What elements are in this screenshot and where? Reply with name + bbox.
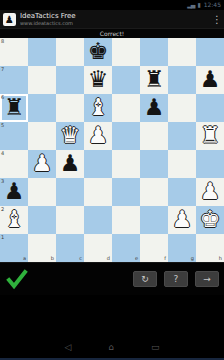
square-c2[interactable] xyxy=(56,206,84,234)
square-g1[interactable]: g xyxy=(168,234,196,262)
square-f8[interactable] xyxy=(140,38,168,66)
square-h7[interactable]: ♟ xyxy=(196,66,224,94)
square-a2[interactable]: ♝2 xyxy=(0,206,28,234)
file-label-h: h xyxy=(219,256,222,261)
square-h3[interactable]: ♟ xyxy=(196,178,224,206)
piece-black-R-f7: ♜ xyxy=(140,66,168,94)
square-c8[interactable] xyxy=(56,38,84,66)
square-d4[interactable] xyxy=(84,150,112,178)
piece-white-P-d5: ♟ xyxy=(84,122,112,150)
controls-bar: ↻ ? → xyxy=(0,262,224,295)
rank-label-2: 2 xyxy=(1,207,4,212)
square-b4[interactable]: ♟ xyxy=(28,150,56,178)
square-e5[interactable] xyxy=(112,122,140,150)
app-subtitle: www.ideatactics.com xyxy=(20,20,212,26)
square-f3[interactable] xyxy=(140,178,168,206)
battery-icon: ▮ xyxy=(197,0,200,10)
square-a3[interactable]: ♟3 xyxy=(0,178,28,206)
square-f7[interactable]: ♜ xyxy=(140,66,168,94)
square-h1[interactable]: h xyxy=(196,234,224,262)
piece-white-Q-c5: ♛ xyxy=(56,122,84,150)
square-b8[interactable] xyxy=(28,38,56,66)
square-g6[interactable] xyxy=(168,94,196,122)
square-a4[interactable]: 4 xyxy=(0,150,28,178)
square-f4[interactable] xyxy=(140,150,168,178)
square-h6[interactable] xyxy=(196,94,224,122)
square-c3[interactable] xyxy=(56,178,84,206)
square-e6[interactable] xyxy=(112,94,140,122)
piece-white-P-h3: ♟ xyxy=(196,178,224,206)
square-g4[interactable] xyxy=(168,150,196,178)
piece-black-K-d8: ♚ xyxy=(84,38,112,66)
square-f2[interactable] xyxy=(140,206,168,234)
piece-white-P-b4: ♟ xyxy=(28,150,56,178)
square-a1[interactable]: 1a xyxy=(0,234,28,262)
square-d3[interactable] xyxy=(84,178,112,206)
action-bar: ♟ IdeaTactics Free www.ideatactics.com ⋮ xyxy=(0,10,224,29)
file-label-b: b xyxy=(51,256,54,261)
piece-black-P-h7: ♟ xyxy=(196,66,224,94)
square-d5[interactable]: ♟ xyxy=(84,122,112,150)
square-b3[interactable] xyxy=(28,178,56,206)
square-d6[interactable]: ♝ xyxy=(84,94,112,122)
square-g3[interactable] xyxy=(168,178,196,206)
rank-label-6: 6 xyxy=(1,95,4,100)
chess-board: 8♚7♛♜♟♜6♝♟5♛♟♜4♟♟♟3♟♝2♟♚1abcdefgh xyxy=(0,38,224,262)
rank-label-8: 8 xyxy=(1,39,4,44)
piece-black-P-c4: ♟ xyxy=(56,150,84,178)
overflow-menu-icon[interactable]: ⋮ xyxy=(212,10,222,29)
status-time: 12:45 xyxy=(204,0,221,10)
square-g5[interactable] xyxy=(168,122,196,150)
square-d2[interactable] xyxy=(84,206,112,234)
square-b6[interactable] xyxy=(28,94,56,122)
square-c5[interactable]: ♛ xyxy=(56,122,84,150)
square-a5[interactable]: 5 xyxy=(0,122,28,150)
square-h2[interactable]: ♚ xyxy=(196,206,224,234)
file-label-c: c xyxy=(79,256,82,261)
rank-label-3: 3 xyxy=(1,179,4,184)
square-c6[interactable] xyxy=(56,94,84,122)
square-b7[interactable] xyxy=(28,66,56,94)
square-d7[interactable]: ♛ xyxy=(84,66,112,94)
app-icon-pawn-glyph: ♟ xyxy=(5,14,14,25)
square-e7[interactable] xyxy=(112,66,140,94)
piece-black-P-f6: ♟ xyxy=(140,94,168,122)
piece-white-R-h5: ♜ xyxy=(196,122,224,150)
square-g7[interactable] xyxy=(168,66,196,94)
hint-button[interactable]: ? xyxy=(164,271,188,287)
square-b2[interactable] xyxy=(28,206,56,234)
square-c1[interactable]: c xyxy=(56,234,84,262)
square-e1[interactable]: e xyxy=(112,234,140,262)
square-d1[interactable]: d xyxy=(84,234,112,262)
signal-icon: ▂▄ xyxy=(187,0,194,10)
square-a6[interactable]: ♜6 xyxy=(0,94,28,122)
file-label-d: d xyxy=(107,256,110,261)
next-button[interactable]: → xyxy=(195,271,219,287)
square-a8[interactable]: 8 xyxy=(0,38,28,66)
square-h4[interactable] xyxy=(196,150,224,178)
piece-black-Q-d7: ♛ xyxy=(84,66,112,94)
square-f6[interactable]: ♟ xyxy=(140,94,168,122)
square-b1[interactable]: b xyxy=(28,234,56,262)
rank-label-1: 1 xyxy=(1,235,4,240)
file-label-e: e xyxy=(135,256,138,261)
retry-button[interactable]: ↻ xyxy=(133,271,157,287)
rank-label-7: 7 xyxy=(1,67,4,72)
title-block: IdeaTactics Free www.ideatactics.com xyxy=(20,12,212,26)
square-b5[interactable] xyxy=(28,122,56,150)
square-e4[interactable] xyxy=(112,150,140,178)
message-text: Correct! xyxy=(100,29,124,38)
status-bar: ▂▄ ▮ 12:45 xyxy=(0,0,224,10)
back-icon[interactable]: ◁ xyxy=(64,342,71,352)
square-g8[interactable] xyxy=(168,38,196,66)
piece-black-R-a6: ♜ xyxy=(0,94,28,122)
file-label-f: f xyxy=(164,256,166,261)
rank-label-5: 5 xyxy=(1,123,4,128)
square-g2[interactable]: ♟ xyxy=(168,206,196,234)
piece-black-P-a3: ♟ xyxy=(0,178,28,206)
square-h5[interactable]: ♜ xyxy=(196,122,224,150)
empty-area xyxy=(0,295,224,336)
message-bar: Correct! xyxy=(0,29,224,38)
piece-white-B-d6: ♝ xyxy=(84,94,112,122)
piece-white-P-g2: ♟ xyxy=(168,206,196,234)
piece-white-B-a2: ♝ xyxy=(0,206,28,234)
app-icon: ♟ xyxy=(3,13,16,26)
square-c4[interactable]: ♟ xyxy=(56,150,84,178)
file-label-g: g xyxy=(191,256,194,261)
square-e2[interactable] xyxy=(112,206,140,234)
square-a7[interactable]: 7 xyxy=(0,66,28,94)
android-nav-bar: ◁ ⌂ ▭ xyxy=(0,336,224,358)
square-e3[interactable] xyxy=(112,178,140,206)
square-f1[interactable]: f xyxy=(140,234,168,262)
app-screen: ▂▄ ▮ 12:45 ♟ IdeaTactics Free www.ideata… xyxy=(0,0,224,360)
piece-white-K-h2: ♚ xyxy=(196,206,224,234)
square-h8[interactable] xyxy=(196,38,224,66)
file-label-a: a xyxy=(23,256,26,261)
square-e8[interactable] xyxy=(112,38,140,66)
square-f5[interactable] xyxy=(140,122,168,150)
square-c7[interactable] xyxy=(56,66,84,94)
recents-icon[interactable]: ▭ xyxy=(151,342,160,352)
home-icon[interactable]: ⌂ xyxy=(108,342,114,352)
app-title: IdeaTactics Free xyxy=(20,12,212,20)
rank-label-4: 4 xyxy=(1,151,4,156)
square-d8[interactable]: ♚ xyxy=(84,38,112,66)
correct-check-icon xyxy=(5,267,29,291)
